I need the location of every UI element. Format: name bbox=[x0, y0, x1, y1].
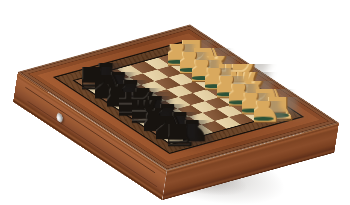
drawer-knob bbox=[56, 112, 63, 124]
scene: ♜♟♟♜♞♟♟♞♝♟♟♝♚♟♟♚♛♟♟♛♝♟♟♝♞♟♟♞♜♟♟♜ bbox=[0, 0, 350, 205]
piece-black-rook: ♜ bbox=[168, 124, 187, 143]
chess-set-product-photo: ♜♟♟♜♞♟♟♞♝♟♟♝♚♟♟♚♛♟♟♛♝♟♟♝♞♟♟♞♜♟♟♜ bbox=[0, 0, 350, 205]
piece-white-pawn: ♟ bbox=[254, 101, 273, 120]
